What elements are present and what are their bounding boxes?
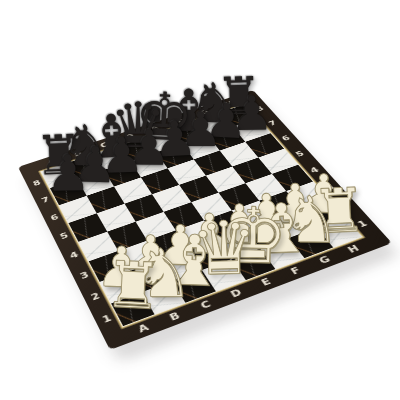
- rank-label-left-3: 3: [78, 269, 90, 281]
- rank-label-left-5: 5: [58, 230, 70, 241]
- rank-label-left-6: 6: [49, 212, 60, 222]
- piece-black-pawn[interactable]: ♟: [45, 149, 91, 200]
- piece-white-rook[interactable]: ♜: [103, 253, 163, 319]
- rank-label-right-5: 5: [293, 149, 306, 158]
- rank-label-right-6: 6: [279, 134, 291, 143]
- product-photo-scene: AABBCCDDEEFFGGHH1122334455667788 ♜♞♟♝♟♚♟…: [0, 0, 400, 400]
- rank-label-left-4: 4: [68, 249, 80, 260]
